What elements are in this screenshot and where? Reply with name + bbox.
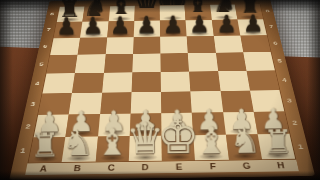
square-b4	[72, 73, 103, 93]
file-label-top-c: C	[110, 1, 135, 5]
square-b7: ♟	[80, 21, 108, 37]
file-label-top-b: B	[84, 1, 109, 5]
square-h1: ♜	[257, 134, 295, 159]
square-g1: ♞	[226, 134, 262, 159]
rank-label-right-8: 8	[260, 3, 275, 18]
square-c6	[105, 37, 133, 55]
file-label-top-e: E	[160, 0, 185, 4]
square-c1: ♝	[95, 136, 129, 161]
file-label-f: F	[196, 160, 231, 172]
square-g7: ♟	[212, 19, 241, 35]
white-knight: ♞	[63, 126, 95, 161]
rank-label-right-6: 6	[267, 35, 283, 52]
square-a1: ♜	[29, 137, 66, 162]
file-label-top-f: F	[185, 0, 210, 4]
white-rook: ♜	[30, 128, 60, 161]
square-d7: ♟	[134, 20, 161, 36]
black-pawn: ♟	[243, 11, 264, 35]
white-bishop: ♝	[195, 122, 229, 159]
square-g4	[218, 71, 250, 91]
chess-board: ABCDEFGH 87654321 ♜♞♝♛♚♝♞♜♟♟♟♟♟♟♟♟♟♟♟♟♟♟…	[9, 0, 315, 180]
square-b6	[78, 37, 107, 55]
square-e5	[160, 53, 189, 72]
square-f4	[189, 71, 220, 91]
square-d6	[133, 37, 161, 55]
square-e4	[161, 72, 191, 92]
file-label-g: G	[229, 160, 265, 172]
square-b1: ♞	[62, 137, 98, 162]
square-f6	[187, 36, 216, 53]
white-king: ♚	[157, 113, 199, 160]
square-d5	[132, 54, 161, 73]
chess-board-perspective-wrap: ABCDEFGH 87654321 ♜♞♝♛♚♝♞♜♟♟♟♟♟♟♟♟♟♟♟♟♟♟…	[5, 0, 315, 180]
black-pawn: ♟	[136, 13, 157, 37]
square-b5	[75, 54, 105, 73]
file-label-top-g: G	[209, 0, 235, 3]
file-label-b: B	[59, 162, 94, 174]
square-a5	[46, 55, 77, 74]
board-grid: ♜♞♝♛♚♝♞♜♟♟♟♟♟♟♟♟♟♟♟♟♟♟♟♟♜♞♝♛♚♝♞♜	[28, 4, 297, 164]
white-knight: ♞	[229, 124, 261, 159]
square-g6	[213, 35, 243, 52]
square-c4	[102, 72, 132, 92]
square-a7: ♟	[54, 22, 83, 38]
square-c7: ♟	[107, 21, 134, 37]
file-label-top-a: A	[59, 1, 85, 5]
square-f1: ♝	[194, 135, 229, 160]
square-f5	[188, 53, 218, 72]
square-e1: ♚	[162, 135, 196, 160]
white-bishop: ♝	[95, 123, 129, 160]
file-label-h: H	[263, 160, 299, 172]
black-pawn: ♟	[109, 13, 130, 37]
square-d4	[131, 72, 161, 92]
square-f7: ♟	[186, 20, 214, 36]
file-label-top-h: H	[234, 0, 260, 3]
square-g5	[216, 52, 247, 71]
black-pawn: ♟	[83, 13, 104, 37]
square-a6	[50, 38, 80, 56]
file-label-e: E	[162, 161, 196, 173]
square-h5	[243, 52, 275, 71]
file-label-a: A	[25, 163, 61, 175]
file-label-c: C	[94, 162, 129, 174]
black-pawn: ♟	[163, 12, 184, 36]
file-label-top-d: D	[135, 0, 160, 4]
square-c5	[104, 54, 133, 73]
rank-label-right-7: 7	[264, 19, 279, 35]
square-h7: ♟	[237, 19, 266, 35]
square-h4	[246, 70, 279, 90]
chess-photo-scene: ABCDEFGH 87654321 ♜♞♝♛♚♝♞♜♟♟♟♟♟♟♟♟♟♟♟♟♟♟…	[0, 0, 320, 180]
black-pawn: ♟	[189, 12, 210, 36]
square-e7: ♟	[160, 20, 187, 36]
black-pawn: ♟	[216, 12, 237, 36]
black-pawn: ♟	[56, 14, 77, 38]
square-a4	[42, 73, 75, 93]
square-h6	[240, 35, 271, 52]
square-e6	[160, 36, 188, 53]
file-label-d: D	[128, 161, 162, 173]
